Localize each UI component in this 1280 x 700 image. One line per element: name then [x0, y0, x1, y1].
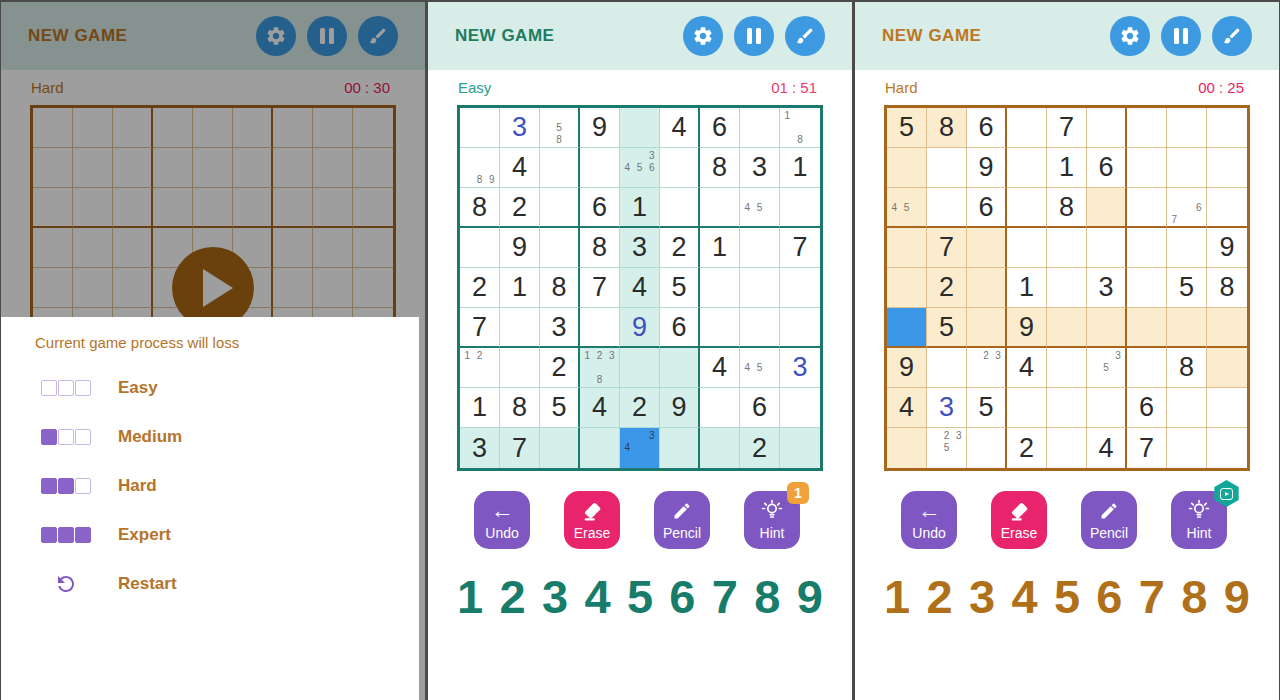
cell-r3c5[interactable]: 1	[620, 188, 660, 228]
dialog-item-medium[interactable]: Medium	[35, 426, 419, 448]
cell-r4c5[interactable]	[1047, 228, 1087, 268]
cell-r7c3[interactable]: 23	[967, 348, 1007, 388]
action-bar: ← Undo Erase Hint Pencil Hint	[428, 491, 852, 549]
cell-r9c3[interactable]	[967, 428, 1007, 468]
given-digit: 7	[1059, 112, 1074, 143]
cell-r8c9[interactable]	[780, 388, 820, 428]
given-digit: 6	[712, 112, 727, 143]
difficulty-square	[58, 527, 74, 543]
cell-r9c6[interactable]: 4	[1087, 428, 1127, 468]
cell-r6c2[interactable]: 5	[927, 308, 967, 348]
given-digit: 9	[592, 112, 607, 143]
cell-r5c5[interactable]: 4	[620, 268, 660, 308]
board-area: 586791645686779213585992343584356235247	[884, 105, 1250, 471]
cell-r3c3[interactable]	[540, 188, 580, 228]
cell-r6c4[interactable]: 9	[1007, 308, 1047, 348]
cell-r8c7[interactable]: 6	[1127, 388, 1167, 428]
settings-button[interactable]	[1110, 16, 1150, 56]
cell-r4c3[interactable]	[967, 228, 1007, 268]
cell-r8c3[interactable]: 5	[540, 388, 580, 428]
cell-r6c2[interactable]	[500, 308, 540, 348]
cell-r1c6[interactable]: 4	[660, 108, 700, 148]
cell-r5c2[interactable]: 2	[927, 268, 967, 308]
dialog-item-hard[interactable]: Hard	[35, 475, 419, 497]
given-digit: 2	[671, 232, 686, 263]
given-digit: 8	[472, 192, 487, 223]
cell-r4c9[interactable]: 9	[1207, 228, 1247, 268]
dialog-item-label: Expert	[118, 525, 171, 545]
cell-r2c9[interactable]	[1207, 148, 1247, 188]
theme-button[interactable]	[785, 16, 825, 56]
cell-r2c5[interactable]: 1	[1047, 148, 1087, 188]
given-digit: 6	[752, 392, 767, 423]
given-digit: 9	[671, 392, 686, 423]
cell-r8c8[interactable]: 6	[740, 388, 780, 428]
page-title: NEW GAME	[882, 26, 981, 46]
given-digit: 8	[939, 112, 954, 143]
cell-r6c6[interactable]	[1087, 308, 1127, 348]
given-digit: 4	[899, 392, 914, 423]
hint-label: Hint	[760, 525, 785, 541]
pause-icon	[747, 28, 761, 44]
cell-r5c1[interactable]	[887, 268, 927, 308]
cell-r5c9[interactable]	[780, 268, 820, 308]
cell-r8c3[interactable]: 5	[967, 388, 1007, 428]
cell-r8c2[interactable]: 8	[500, 388, 540, 428]
cell-r7c1[interactable]: 12	[460, 348, 500, 388]
difficulty-label: Hard	[885, 79, 918, 96]
cell-r5c6[interactable]: 3	[1087, 268, 1127, 308]
difficulty-level-squares	[41, 527, 91, 543]
cell-r8c5[interactable]	[1047, 388, 1087, 428]
cell-r8c8[interactable]	[1167, 388, 1207, 428]
header: NEW GAME	[855, 2, 1279, 70]
timer: 01 : 51	[771, 79, 817, 96]
given-digit: 6	[978, 192, 993, 223]
difficulty-label: Easy	[458, 79, 491, 96]
cell-r2c1[interactable]	[887, 148, 927, 188]
cell-r7c5[interactable]	[1047, 348, 1087, 388]
cell-r6c6[interactable]: 6	[660, 308, 700, 348]
given-digit: 9	[512, 232, 527, 263]
cell-r5c3[interactable]	[967, 268, 1007, 308]
given-digit: 3	[632, 232, 647, 263]
cell-r5c8[interactable]	[740, 268, 780, 308]
cell-r4c2[interactable]: 9	[500, 228, 540, 268]
cell-r9c8[interactable]: 2	[740, 428, 780, 468]
cell-r1c2[interactable]: 8	[927, 108, 967, 148]
user-digit: 3	[939, 392, 954, 423]
cell-r8c2[interactable]: 3	[927, 388, 967, 428]
header-buttons	[1110, 16, 1252, 56]
sudoku-board: 586791645686779213585992343584356235247	[884, 105, 1250, 471]
cell-r5c8[interactable]: 5	[1167, 268, 1207, 308]
given-digit: 5	[978, 392, 993, 423]
given-digit: 8	[712, 152, 727, 183]
cell-r3c9[interactable]	[780, 188, 820, 228]
given-digit: 2	[752, 433, 767, 464]
difficulty-square	[75, 429, 91, 445]
cell-r2c2[interactable]	[927, 148, 967, 188]
cell-r4c6[interactable]	[1087, 228, 1127, 268]
cell-r4c8[interactable]	[740, 228, 780, 268]
cell-r4c6[interactable]: 2	[660, 228, 700, 268]
cell-r5c1[interactable]: 2	[460, 268, 500, 308]
numpad-digit-4[interactable]: 4	[584, 571, 610, 623]
cell-r1c5[interactable]: 7	[1047, 108, 1087, 148]
cell-r8c5[interactable]: 2	[620, 388, 660, 428]
given-digit: 1	[632, 192, 647, 223]
given-digit: 7	[792, 232, 807, 263]
cell-r8c1[interactable]: 1	[460, 388, 500, 428]
cell-r5c3[interactable]: 8	[540, 268, 580, 308]
numpad-digit-3[interactable]: 3	[542, 571, 568, 623]
given-digit: 6	[1139, 392, 1154, 423]
cell-r9c4[interactable]: 2	[1007, 428, 1047, 468]
new-game-dialog: Current game process will loss EasyMediu…	[1, 317, 419, 700]
undo-button[interactable]: ← Undo	[901, 491, 957, 549]
cell-r6c5[interactable]: 9	[620, 308, 660, 348]
cell-r1c1[interactable]: 5	[887, 108, 927, 148]
cell-r6c3[interactable]	[967, 308, 1007, 348]
difficulty-level-squares	[41, 380, 91, 396]
cell-r1c7[interactable]: 6	[700, 108, 740, 148]
cell-r8c1[interactable]: 4	[887, 388, 927, 428]
cell-r2c3[interactable]: 9	[967, 148, 1007, 188]
panel-left: NEW GAME Hard 00 : 30	[1, 2, 425, 700]
given-digit: 4	[512, 152, 527, 183]
settings-button[interactable]	[683, 16, 723, 56]
dialog-items: EasyMediumHardExpertRestart	[35, 377, 419, 595]
cell-r5c6[interactable]: 5	[660, 268, 700, 308]
numpad-digit-8[interactable]: 8	[754, 571, 780, 623]
numpad-digit-5[interactable]: 5	[1054, 571, 1080, 623]
cell-r1c4[interactable]	[1007, 108, 1047, 148]
given-digit: 7	[472, 312, 487, 343]
cell-r1c8[interactable]	[1167, 108, 1207, 148]
numpad-digit-4[interactable]: 4	[1011, 571, 1037, 623]
board-area: 3589461889434568318261459832172187457396…	[457, 105, 823, 471]
pencil-icon	[1099, 500, 1119, 522]
cell-r6c1[interactable]: 7	[460, 308, 500, 348]
cell-r9c2[interactable]: 7	[500, 428, 540, 468]
video-play-badge-icon	[1220, 488, 1233, 500]
dialog-item-expert[interactable]: Expert	[35, 524, 419, 546]
erase-button[interactable]: Erase	[991, 491, 1047, 549]
difficulty-level-squares	[41, 429, 91, 445]
cell-r9c1[interactable]: 3	[460, 428, 500, 468]
cell-r9c5[interactable]: 34	[620, 428, 660, 468]
cell-r8c4[interactable]	[1007, 388, 1047, 428]
cell-r3c7[interactable]	[1127, 188, 1167, 228]
cell-r9c9[interactable]	[1207, 428, 1247, 468]
cell-r7c7[interactable]	[1127, 348, 1167, 388]
cell-r3c2[interactable]	[927, 188, 967, 228]
cell-r7c8[interactable]: 8	[1167, 348, 1207, 388]
cell-r8c4[interactable]: 4	[580, 388, 620, 428]
given-digit: 8	[551, 272, 566, 303]
cell-r2c6[interactable]	[660, 148, 700, 188]
given-digit: 2	[512, 192, 527, 223]
cell-r1c8[interactable]	[740, 108, 780, 148]
user-digit: 3	[792, 352, 807, 383]
theme-button[interactable]	[1212, 16, 1252, 56]
numpad-digit-1[interactable]: 1	[884, 571, 910, 623]
cell-r4c1[interactable]	[460, 228, 500, 268]
cell-r2c5[interactable]: 3456	[620, 148, 660, 188]
numpad-digit-3[interactable]: 3	[969, 571, 995, 623]
cell-r2c1[interactable]: 89	[460, 148, 500, 188]
cell-r4c5[interactable]: 3	[620, 228, 660, 268]
cell-r9c9[interactable]	[780, 428, 820, 468]
hint-label: Hint	[1187, 525, 1212, 541]
cell-r5c4[interactable]: 1	[1007, 268, 1047, 308]
given-digit: 2	[551, 352, 566, 383]
given-digit: 5	[671, 272, 686, 303]
hint-bulb-icon	[1187, 500, 1211, 522]
cell-r2c7[interactable]	[1127, 148, 1167, 188]
cell-r6c5[interactable]	[1047, 308, 1087, 348]
cell-r1c7[interactable]	[1127, 108, 1167, 148]
cell-r3c4[interactable]	[1007, 188, 1047, 228]
cell-r9c4[interactable]	[580, 428, 620, 468]
cell-r9c5[interactable]	[1047, 428, 1087, 468]
cell-r2c4[interactable]	[1007, 148, 1047, 188]
difficulty-square	[41, 380, 57, 396]
cell-r7c9[interactable]	[1207, 348, 1247, 388]
pencil-label: Pencil	[1090, 525, 1128, 541]
cell-r7c2[interactable]	[500, 348, 540, 388]
pencil-marks: 67	[1168, 189, 1205, 225]
cell-r2c7[interactable]: 8	[700, 148, 740, 188]
cell-r3c1[interactable]: 45	[887, 188, 927, 228]
cell-r6c3[interactable]: 3	[540, 308, 580, 348]
cell-r4c9[interactable]: 7	[780, 228, 820, 268]
cell-r8c9[interactable]	[1207, 388, 1247, 428]
cell-r8c6[interactable]: 9	[660, 388, 700, 428]
cell-r5c7[interactable]	[1127, 268, 1167, 308]
cell-r4c3[interactable]	[540, 228, 580, 268]
cell-r6c4[interactable]	[580, 308, 620, 348]
cell-r2c9[interactable]: 1	[780, 148, 820, 188]
cell-r5c7[interactable]	[700, 268, 740, 308]
cell-r3c5[interactable]: 8	[1047, 188, 1087, 228]
given-digit: 7	[1139, 433, 1154, 464]
cell-r9c8[interactable]	[1167, 428, 1207, 468]
sudoku-board: 3589461889434568318261459832172187457396…	[457, 105, 823, 471]
given-digit: 4	[592, 392, 607, 423]
gear-icon	[692, 25, 714, 47]
dialog-item-label: Medium	[118, 427, 182, 447]
pencil-marks: 58	[541, 109, 577, 146]
cell-r1c6[interactable]	[1087, 108, 1127, 148]
given-digit: 3	[551, 312, 566, 343]
given-digit: 8	[512, 392, 527, 423]
cell-r3c7[interactable]	[700, 188, 740, 228]
cell-r6c7[interactable]	[700, 308, 740, 348]
pencil-marks: 89	[461, 149, 498, 186]
cell-r1c5[interactable]	[620, 108, 660, 148]
cell-r7c5[interactable]	[620, 348, 660, 388]
erase-button[interactable]: Erase	[564, 491, 620, 549]
cell-r5c9[interactable]: 8	[1207, 268, 1247, 308]
pencil-marks: 12	[461, 349, 498, 386]
cell-r1c3[interactable]: 6	[967, 108, 1007, 148]
timer: 00 : 25	[1198, 79, 1244, 96]
given-digit: 6	[978, 112, 993, 143]
cell-r3c2[interactable]: 2	[500, 188, 540, 228]
hint-button[interactable]: Hint 1	[744, 491, 800, 549]
cell-r7c4[interactable]: 1238	[580, 348, 620, 388]
given-digit: 8	[1219, 272, 1234, 303]
cell-r5c2[interactable]: 1	[500, 268, 540, 308]
erase-label: Erase	[1001, 525, 1038, 541]
eraser-icon	[581, 500, 603, 522]
cell-r5c4[interactable]: 7	[580, 268, 620, 308]
cell-r9c6[interactable]	[660, 428, 700, 468]
given-digit: 6	[1098, 152, 1113, 183]
given-digit: 3	[472, 433, 487, 464]
given-digit: 1	[1019, 272, 1034, 303]
cell-r9c3[interactable]	[540, 428, 580, 468]
dialog-item-easy[interactable]: Easy	[35, 377, 419, 399]
cell-r7c6[interactable]: 35	[1087, 348, 1127, 388]
undo-label: Undo	[912, 525, 945, 541]
cell-r2c8[interactable]: 3	[740, 148, 780, 188]
cell-r2c8[interactable]	[1167, 148, 1207, 188]
dialog-item-label: Hard	[118, 476, 157, 496]
cell-r1c9[interactable]: 18	[780, 108, 820, 148]
cell-r2c3[interactable]	[540, 148, 580, 188]
cell-r3c8[interactable]: 67	[1167, 188, 1207, 228]
pause-button[interactable]	[1161, 16, 1201, 56]
numpad-digit-2[interactable]: 2	[499, 571, 525, 623]
given-digit: 9	[978, 152, 993, 183]
pencil-marks: 1238	[581, 349, 618, 386]
difficulty-square	[41, 429, 57, 445]
cell-r7c8[interactable]: 45	[740, 348, 780, 388]
cell-r8c6[interactable]	[1087, 388, 1127, 428]
cell-r1c3[interactable]: 58	[540, 108, 580, 148]
cell-r6c9[interactable]	[780, 308, 820, 348]
cell-r3c6[interactable]	[660, 188, 700, 228]
cell-r7c3[interactable]: 2	[540, 348, 580, 388]
dialog-item-label: Restart	[118, 574, 177, 594]
pencil-icon	[672, 500, 692, 522]
numpad-digit-6[interactable]: 6	[1096, 571, 1122, 623]
cell-r9c1[interactable]	[887, 428, 927, 468]
dialog-item-restart[interactable]: Restart	[35, 573, 419, 595]
pencil-button[interactable]: Pencil	[1081, 491, 1137, 549]
undo-button[interactable]: ← Undo	[474, 491, 530, 549]
triple-screenshot-strip: NEW GAME Hard 00 : 30	[0, 0, 1280, 700]
hint-button[interactable]: Hint	[1171, 491, 1227, 549]
cell-r2c6[interactable]: 6	[1087, 148, 1127, 188]
numpad-digit-9[interactable]: 9	[797, 571, 823, 623]
brush-icon	[1222, 26, 1242, 46]
cell-r9c7[interactable]: 7	[1127, 428, 1167, 468]
numpad-digit-8[interactable]: 8	[1181, 571, 1207, 623]
given-digit: 7	[592, 272, 607, 303]
cell-r4c1[interactable]	[887, 228, 927, 268]
cell-r7c4[interactable]: 4	[1007, 348, 1047, 388]
cell-r1c4[interactable]: 9	[580, 108, 620, 148]
panel-middle: NEW GAME Easy 01 : 51 358946188943456831…	[428, 2, 852, 700]
cell-r4c4[interactable]: 8	[580, 228, 620, 268]
cell-r2c4[interactable]	[580, 148, 620, 188]
pencil-button[interactable]: Hint Pencil	[654, 491, 710, 549]
given-digit: 1	[712, 232, 727, 263]
cell-r3c6[interactable]	[1087, 188, 1127, 228]
eraser-icon	[1008, 500, 1030, 522]
numpad-digit-5[interactable]: 5	[627, 571, 653, 623]
cell-r1c9[interactable]	[1207, 108, 1247, 148]
pencil-marks: 34	[621, 429, 658, 467]
erase-label: Erase	[574, 525, 611, 541]
numpad-digit-9[interactable]: 9	[1224, 571, 1250, 623]
cell-r7c9[interactable]: 3	[780, 348, 820, 388]
given-digit: 8	[1179, 352, 1194, 383]
cell-r6c7[interactable]	[1127, 308, 1167, 348]
given-digit: 9	[899, 352, 914, 383]
cell-r3c3[interactable]: 6	[967, 188, 1007, 228]
given-digit: 9	[1019, 312, 1034, 343]
cell-r4c7[interactable]	[1127, 228, 1167, 268]
cell-r5c5[interactable]	[1047, 268, 1087, 308]
cell-r8c7[interactable]	[700, 388, 740, 428]
cell-r7c6[interactable]	[660, 348, 700, 388]
numpad-digit-7[interactable]: 7	[712, 571, 738, 623]
user-digit: 9	[632, 312, 647, 343]
cell-r1c1[interactable]	[460, 108, 500, 148]
numpad-digit-7[interactable]: 7	[1139, 571, 1165, 623]
status-row: Easy 01 : 51	[428, 70, 852, 104]
cell-r3c9[interactable]	[1207, 188, 1247, 228]
cell-r6c9[interactable]	[1207, 308, 1247, 348]
cell-r4c2[interactable]: 7	[927, 228, 967, 268]
cell-r4c4[interactable]	[1007, 228, 1047, 268]
panel-right: NEW GAME Hard 00 : 25 586791645686779213…	[855, 2, 1279, 700]
given-digit: 1	[792, 152, 807, 183]
given-digit: 6	[592, 192, 607, 223]
numpad-digit-2[interactable]: 2	[926, 571, 952, 623]
cell-r6c1[interactable]	[887, 308, 927, 348]
cell-r7c2[interactable]	[927, 348, 967, 388]
cell-r7c1[interactable]: 9	[887, 348, 927, 388]
numpad-digit-6[interactable]: 6	[669, 571, 695, 623]
cell-r1c2[interactable]: 3	[500, 108, 540, 148]
undo-label: Undo	[485, 525, 518, 541]
cell-r6c8[interactable]	[1167, 308, 1207, 348]
cell-r7c7[interactable]: 4	[700, 348, 740, 388]
cell-r3c1[interactable]: 8	[460, 188, 500, 228]
cell-r3c8[interactable]: 45	[740, 188, 780, 228]
cell-r2c2[interactable]: 4	[500, 148, 540, 188]
given-digit: 8	[592, 232, 607, 263]
cell-r9c7[interactable]	[700, 428, 740, 468]
cell-r4c7[interactable]: 1	[700, 228, 740, 268]
cell-r4c8[interactable]	[1167, 228, 1207, 268]
cell-r6c8[interactable]	[740, 308, 780, 348]
number-pad: 123456789	[428, 571, 852, 623]
given-digit: 7	[939, 232, 954, 263]
cell-r9c2[interactable]: 235	[927, 428, 967, 468]
numpad-digit-1[interactable]: 1	[457, 571, 483, 623]
hint-bulb-icon	[760, 500, 784, 522]
given-digit: 5	[939, 312, 954, 343]
pause-button[interactable]	[734, 16, 774, 56]
cell-r3c4[interactable]: 6	[580, 188, 620, 228]
